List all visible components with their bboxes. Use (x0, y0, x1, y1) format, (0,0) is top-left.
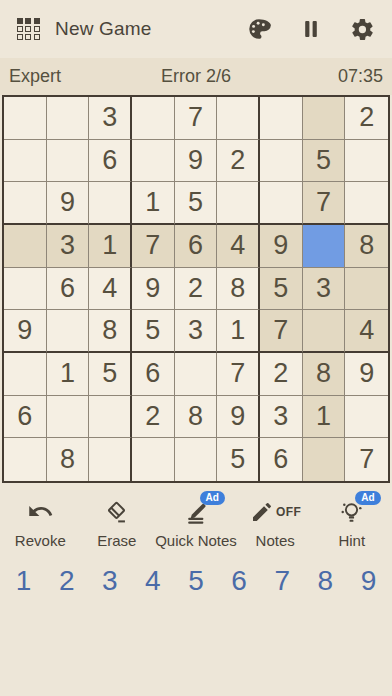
cell-r2c2[interactable] (47, 140, 90, 183)
numpad-3[interactable]: 3 (88, 565, 131, 597)
cell-r9c9[interactable]: 7 (345, 438, 388, 481)
sudoku-board: 3726925915731764986492853985317415672896… (2, 95, 390, 483)
erase-button[interactable]: Erase (79, 498, 156, 549)
cell-r3c2[interactable]: 9 (47, 182, 90, 225)
pencil-icon (249, 500, 273, 524)
revoke-button[interactable]: Revoke (2, 498, 79, 549)
cell-r1c6[interactable] (217, 97, 260, 140)
cell-r5c6[interactable]: 8 (217, 268, 260, 311)
menu-grid-dot (34, 18, 40, 24)
menu-grid-dot (25, 26, 31, 32)
cell-r9c8[interactable] (303, 438, 346, 481)
menu-grid-dot (34, 34, 40, 40)
menu-grid-dot (25, 34, 31, 40)
cell-r3c5[interactable]: 5 (175, 182, 218, 225)
undo-icon (27, 498, 54, 525)
numpad-8[interactable]: 8 (304, 565, 347, 597)
cell-r8c7[interactable]: 3 (260, 396, 303, 439)
menu-grid-dot (17, 26, 23, 32)
cell-r8c1[interactable]: 6 (4, 396, 47, 439)
cell-r7c6[interactable]: 7 (217, 353, 260, 396)
numpad-1[interactable]: 1 (2, 565, 45, 597)
ad-badge: Ad (355, 491, 380, 505)
cell-r5c1[interactable] (4, 268, 47, 311)
cell-r1c3[interactable]: 3 (89, 97, 132, 140)
numpad-4[interactable]: 4 (131, 565, 174, 597)
cell-r6c8[interactable] (303, 310, 346, 353)
timer: 07:35 (258, 66, 383, 87)
difficulty-label: Expert (9, 66, 134, 87)
gear-icon[interactable] (350, 17, 375, 42)
cell-r4c5[interactable]: 6 (175, 225, 218, 268)
cell-r9c2[interactable]: 8 (47, 438, 90, 481)
cell-r5c5[interactable]: 2 (175, 268, 218, 311)
cell-r3c3[interactable] (89, 182, 132, 225)
hint-label: Hint (338, 532, 365, 549)
cell-r8c4[interactable]: 2 (132, 396, 175, 439)
cell-r7c2[interactable]: 1 (47, 353, 90, 396)
notes-button[interactable]: OFF Notes (237, 498, 314, 549)
cell-r4c9[interactable]: 8 (345, 225, 388, 268)
quick-notes-label: Quick Notes (155, 532, 237, 549)
cell-r7c7[interactable]: 2 (260, 353, 303, 396)
cell-r4c3[interactable]: 1 (89, 225, 132, 268)
cell-r2c1[interactable] (4, 140, 47, 183)
cell-r2c4[interactable] (132, 140, 175, 183)
cell-r3c8[interactable]: 7 (303, 182, 346, 225)
erase-label: Erase (97, 532, 136, 549)
error-counter: Error 2/6 (134, 66, 259, 87)
cell-r1c2[interactable] (47, 97, 90, 140)
menu-grid-dot (17, 34, 23, 40)
number-pad: 123456789 (0, 565, 392, 597)
cell-r3c4[interactable]: 1 (132, 182, 175, 225)
numpad-5[interactable]: 5 (174, 565, 217, 597)
cell-r4c2[interactable]: 3 (47, 225, 90, 268)
notes-label: Notes (256, 532, 295, 549)
cell-r6c7[interactable]: 7 (260, 310, 303, 353)
numpad-9[interactable]: 9 (347, 565, 390, 597)
status-bar: Expert Error 2/6 07:35 (0, 58, 392, 95)
cell-r8c9[interactable] (345, 396, 388, 439)
cell-r6c6[interactable]: 1 (217, 310, 260, 353)
cell-r6c5[interactable]: 3 (175, 310, 218, 353)
cell-r7c4[interactable]: 6 (132, 353, 175, 396)
cell-r8c6[interactable]: 9 (217, 396, 260, 439)
cell-r1c9[interactable]: 2 (345, 97, 388, 140)
cell-r7c3[interactable]: 5 (89, 353, 132, 396)
cell-r6c3[interactable]: 8 (89, 310, 132, 353)
cell-r5c3[interactable]: 4 (89, 268, 132, 311)
cell-r1c7[interactable] (260, 97, 303, 140)
cell-r5c8[interactable]: 3 (303, 268, 346, 311)
eraser-icon (103, 498, 130, 525)
cell-r1c8[interactable] (303, 97, 346, 140)
cell-r9c1[interactable] (4, 438, 47, 481)
cell-r6c1[interactable]: 9 (4, 310, 47, 353)
ad-badge: Ad (200, 491, 225, 505)
revoke-label: Revoke (15, 532, 66, 549)
menu-grid-dot (34, 26, 40, 32)
cell-r4c7[interactable]: 9 (260, 225, 303, 268)
palette-icon[interactable] (246, 16, 272, 42)
cell-r3c6[interactable] (217, 182, 260, 225)
cell-r5c2[interactable]: 6 (47, 268, 90, 311)
cell-r1c4[interactable] (132, 97, 175, 140)
cell-r7c9[interactable]: 9 (345, 353, 388, 396)
cell-r9c7[interactable]: 6 (260, 438, 303, 481)
cell-r8c8[interactable]: 1 (303, 396, 346, 439)
notes-state: OFF (276, 505, 302, 519)
cell-r4c4[interactable]: 7 (132, 225, 175, 268)
cell-r8c5[interactable]: 8 (175, 396, 218, 439)
cell-r8c2[interactable] (47, 396, 90, 439)
menu-grid-icon[interactable] (17, 18, 40, 41)
cell-r2c6[interactable]: 2 (217, 140, 260, 183)
cell-r3c9[interactable] (345, 182, 388, 225)
numpad-6[interactable]: 6 (218, 565, 261, 597)
cell-r2c7[interactable] (260, 140, 303, 183)
cell-r2c8[interactable]: 5 (303, 140, 346, 183)
cell-r9c6[interactable]: 5 (217, 438, 260, 481)
cell-r4c6[interactable]: 4 (217, 225, 260, 268)
top-bar: New Game (0, 0, 392, 58)
cell-r6c2[interactable] (47, 310, 90, 353)
cell-r5c7[interactable]: 5 (260, 268, 303, 311)
cell-r2c9[interactable] (345, 140, 388, 183)
pause-icon[interactable] (299, 17, 323, 41)
menu-grid-dot (25, 18, 31, 24)
cell-r6c9[interactable]: 4 (345, 310, 388, 353)
toolbar: Revoke Erase Ad Quick Note (0, 498, 392, 549)
cell-r2c3[interactable]: 6 (89, 140, 132, 183)
cell-r3c1[interactable] (4, 182, 47, 225)
cell-r9c3[interactable] (89, 438, 132, 481)
cell-r6c4[interactable]: 5 (132, 310, 175, 353)
new-game-button[interactable]: New Game (55, 18, 152, 40)
cell-r7c8[interactable]: 8 (303, 353, 346, 396)
numpad-7[interactable]: 7 (261, 565, 304, 597)
numpad-2[interactable]: 2 (45, 565, 88, 597)
menu-grid-dot (17, 18, 23, 24)
cell-r7c5[interactable] (175, 353, 218, 396)
hint-button[interactable]: Ad Hint (313, 498, 390, 549)
cell-r9c5[interactable] (175, 438, 218, 481)
cell-r1c5[interactable]: 7 (175, 97, 218, 140)
cell-r4c1[interactable] (4, 225, 47, 268)
cell-r3c7[interactable] (260, 182, 303, 225)
cell-r9c4[interactable] (132, 438, 175, 481)
cell-r8c3[interactable] (89, 396, 132, 439)
cell-r4c8[interactable] (303, 225, 346, 268)
cell-r5c4[interactable]: 9 (132, 268, 175, 311)
cell-r2c5[interactable]: 9 (175, 140, 218, 183)
cell-r5c9[interactable] (345, 268, 388, 311)
cell-r7c1[interactable] (4, 353, 47, 396)
quick-notes-button[interactable]: Ad Quick Notes (155, 498, 237, 549)
cell-r1c1[interactable] (4, 97, 47, 140)
